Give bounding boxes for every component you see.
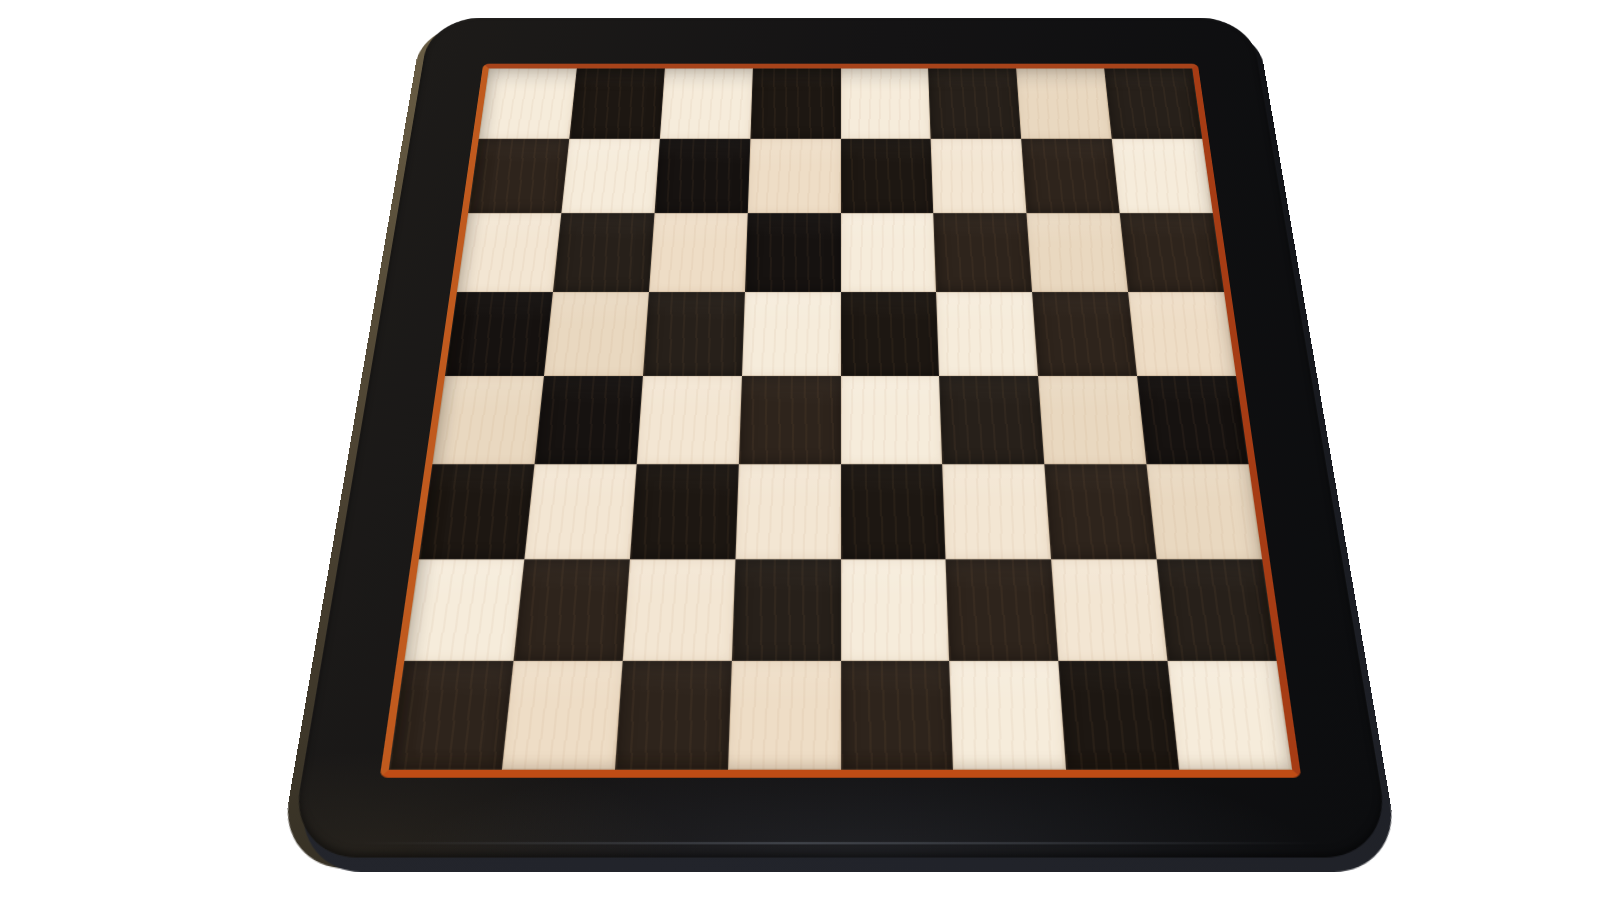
square-c5 — [643, 292, 745, 376]
square-d3 — [735, 465, 840, 560]
square-h3 — [1147, 465, 1263, 560]
square-b7 — [561, 139, 659, 213]
square-h8 — [1104, 68, 1202, 138]
square-b3 — [524, 465, 636, 560]
square-a7 — [468, 139, 569, 213]
square-h1 — [1168, 661, 1293, 770]
square-g3 — [1045, 465, 1157, 560]
square-c6 — [649, 213, 748, 292]
square-a6 — [457, 213, 561, 292]
square-a1 — [389, 661, 514, 770]
square-a2 — [404, 560, 524, 662]
square-g5 — [1032, 292, 1137, 376]
square-b2 — [513, 560, 629, 662]
square-g8 — [1016, 68, 1111, 138]
square-h5 — [1128, 292, 1236, 376]
square-f4 — [939, 376, 1044, 465]
square-b1 — [502, 661, 623, 770]
square-f6 — [934, 213, 1033, 292]
square-g4 — [1038, 376, 1146, 465]
square-e3 — [841, 465, 946, 560]
square-h7 — [1112, 139, 1213, 213]
square-d5 — [742, 292, 841, 376]
square-f2 — [946, 560, 1059, 662]
square-c8 — [660, 68, 753, 138]
square-e2 — [841, 560, 950, 662]
square-f3 — [943, 465, 1052, 560]
square-e8 — [841, 68, 931, 138]
square-c1 — [615, 661, 732, 770]
square-d4 — [738, 376, 840, 465]
square-a5 — [445, 292, 553, 376]
square-h6 — [1120, 213, 1224, 292]
square-c7 — [654, 139, 750, 213]
square-f5 — [936, 292, 1038, 376]
square-d8 — [750, 68, 840, 138]
square-h4 — [1137, 376, 1249, 465]
square-g2 — [1051, 560, 1167, 662]
square-g7 — [1021, 139, 1119, 213]
red-inlay-border — [380, 64, 1302, 778]
square-f7 — [931, 139, 1027, 213]
square-a4 — [432, 376, 544, 465]
square-d7 — [747, 139, 840, 213]
square-c2 — [622, 560, 735, 662]
square-e1 — [841, 661, 954, 770]
square-e6 — [841, 213, 937, 292]
square-a8 — [479, 68, 577, 138]
square-b8 — [569, 68, 664, 138]
square-c4 — [636, 376, 741, 465]
square-d1 — [728, 661, 841, 770]
square-h2 — [1157, 560, 1277, 662]
square-d6 — [745, 213, 841, 292]
square-g6 — [1027, 213, 1129, 292]
chessboard-frame — [288, 18, 1392, 858]
square-e4 — [841, 376, 943, 465]
board-3d-scene — [288, 18, 1392, 858]
square-c3 — [630, 465, 739, 560]
square-b4 — [534, 376, 642, 465]
square-e7 — [841, 139, 934, 213]
product-photo — [0, 0, 1600, 900]
square-b5 — [544, 292, 649, 376]
square-a3 — [419, 465, 535, 560]
chessboard-squares — [389, 68, 1292, 769]
square-e5 — [841, 292, 940, 376]
square-g1 — [1059, 661, 1180, 770]
square-b6 — [553, 213, 655, 292]
square-f8 — [928, 68, 1021, 138]
square-d2 — [731, 560, 840, 662]
square-f1 — [950, 661, 1067, 770]
